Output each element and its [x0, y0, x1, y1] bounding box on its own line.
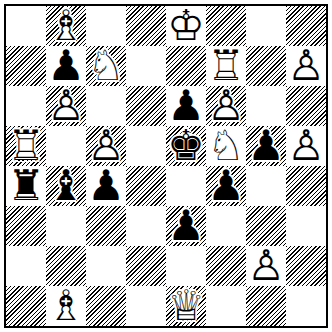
square-f8[interactable] — [206, 6, 246, 46]
square-a8[interactable] — [6, 6, 46, 46]
square-f4[interactable]: ♟♟ — [206, 166, 246, 206]
square-c5[interactable]: ♟♙ — [86, 126, 126, 166]
piece-outline-glyph: ♝ — [46, 166, 86, 206]
piece-outline-glyph: ♙ — [286, 46, 326, 86]
piece-outline-glyph: ♜ — [6, 166, 46, 206]
square-a2[interactable] — [6, 246, 46, 286]
square-c2[interactable] — [86, 246, 126, 286]
black-rook-piece: ♜♜ — [6, 166, 46, 206]
square-f3[interactable] — [206, 206, 246, 246]
square-h8[interactable] — [286, 6, 326, 46]
white-pawn-piece: ♟♙ — [86, 126, 126, 166]
chess-board: ♝♗♚♔♟♟♞♘♜♖♟♙♟♙♟♟♟♙♜♖♟♙♚♚♞♘♟♟♟♙♜♜♝♝♟♟♟♟♟♟… — [4, 4, 328, 328]
piece-outline-glyph: ♟ — [166, 86, 206, 126]
white-knight-piece: ♞♘ — [206, 126, 246, 166]
square-b7[interactable]: ♟♟ — [46, 46, 86, 86]
square-e6[interactable]: ♟♟ — [166, 86, 206, 126]
black-pawn-piece: ♟♟ — [166, 86, 206, 126]
piece-outline-glyph: ♘ — [206, 126, 246, 166]
piece-outline-glyph: ♔ — [166, 6, 206, 46]
square-b6[interactable]: ♟♙ — [46, 86, 86, 126]
square-c1[interactable] — [86, 286, 126, 326]
black-pawn-piece: ♟♟ — [246, 126, 286, 166]
white-pawn-piece: ♟♙ — [206, 86, 246, 126]
square-a7[interactable] — [6, 46, 46, 86]
piece-outline-glyph: ♟ — [46, 46, 86, 86]
square-e8[interactable]: ♚♔ — [166, 6, 206, 46]
black-pawn-piece: ♟♟ — [166, 206, 206, 246]
square-d1[interactable] — [126, 286, 166, 326]
black-pawn-piece: ♟♟ — [46, 46, 86, 86]
square-f6[interactable]: ♟♙ — [206, 86, 246, 126]
square-d2[interactable] — [126, 246, 166, 286]
piece-outline-glyph: ♙ — [86, 126, 126, 166]
piece-outline-glyph: ♟ — [246, 126, 286, 166]
white-rook-piece: ♜♖ — [6, 126, 46, 166]
square-f7[interactable]: ♜♖ — [206, 46, 246, 86]
white-rook-piece: ♜♖ — [206, 46, 246, 86]
square-d6[interactable] — [126, 86, 166, 126]
square-g4[interactable] — [246, 166, 286, 206]
white-king-piece: ♚♔ — [166, 6, 206, 46]
piece-outline-glyph: ♙ — [246, 246, 286, 286]
square-h1[interactable] — [286, 286, 326, 326]
square-a1[interactable] — [6, 286, 46, 326]
square-e5[interactable]: ♚♚ — [166, 126, 206, 166]
square-b4[interactable]: ♝♝ — [46, 166, 86, 206]
piece-outline-glyph: ♗ — [46, 286, 86, 326]
black-king-piece: ♚♚ — [166, 126, 206, 166]
chess-diagram: ♝♗♚♔♟♟♞♘♜♖♟♙♟♙♟♟♟♙♜♖♟♙♚♚♞♘♟♟♟♙♜♜♝♝♟♟♟♟♟♟… — [0, 0, 332, 332]
square-c6[interactable] — [86, 86, 126, 126]
white-knight-piece: ♞♘ — [86, 46, 126, 86]
piece-outline-glyph: ♖ — [206, 46, 246, 86]
piece-outline-glyph: ♙ — [46, 86, 86, 126]
square-h7[interactable]: ♟♙ — [286, 46, 326, 86]
square-a5[interactable]: ♜♖ — [6, 126, 46, 166]
white-pawn-piece: ♟♙ — [46, 86, 86, 126]
square-e7[interactable] — [166, 46, 206, 86]
square-c8[interactable] — [86, 6, 126, 46]
white-bishop-piece: ♝♗ — [46, 286, 86, 326]
square-g8[interactable] — [246, 6, 286, 46]
piece-outline-glyph: ♟ — [206, 166, 246, 206]
white-pawn-piece: ♟♙ — [286, 46, 326, 86]
square-c3[interactable] — [86, 206, 126, 246]
square-h6[interactable] — [286, 86, 326, 126]
square-b5[interactable] — [46, 126, 86, 166]
square-a3[interactable] — [6, 206, 46, 246]
piece-outline-glyph: ♟ — [86, 166, 126, 206]
piece-outline-glyph: ♕ — [166, 286, 206, 326]
piece-outline-glyph: ♙ — [206, 86, 246, 126]
square-g3[interactable] — [246, 206, 286, 246]
square-a4[interactable]: ♜♜ — [6, 166, 46, 206]
square-b8[interactable]: ♝♗ — [46, 6, 86, 46]
square-g7[interactable] — [246, 46, 286, 86]
square-g1[interactable] — [246, 286, 286, 326]
square-b1[interactable]: ♝♗ — [46, 286, 86, 326]
square-g6[interactable] — [246, 86, 286, 126]
square-d7[interactable] — [126, 46, 166, 86]
square-d3[interactable] — [126, 206, 166, 246]
square-d8[interactable] — [126, 6, 166, 46]
black-bishop-piece: ♝♝ — [46, 166, 86, 206]
square-f5[interactable]: ♞♘ — [206, 126, 246, 166]
square-e2[interactable] — [166, 246, 206, 286]
square-h5[interactable]: ♟♙ — [286, 126, 326, 166]
black-pawn-piece: ♟♟ — [206, 166, 246, 206]
piece-outline-glyph: ♙ — [286, 126, 326, 166]
square-f2[interactable] — [206, 246, 246, 286]
white-pawn-piece: ♟♙ — [286, 126, 326, 166]
square-e4[interactable] — [166, 166, 206, 206]
white-pawn-piece: ♟♙ — [246, 246, 286, 286]
square-f1[interactable] — [206, 286, 246, 326]
piece-outline-glyph: ♖ — [6, 126, 46, 166]
square-b2[interactable] — [46, 246, 86, 286]
piece-outline-glyph: ♟ — [166, 206, 206, 246]
square-g2[interactable]: ♟♙ — [246, 246, 286, 286]
square-e3[interactable]: ♟♟ — [166, 206, 206, 246]
square-d4[interactable] — [126, 166, 166, 206]
black-pawn-piece: ♟♟ — [86, 166, 126, 206]
square-b3[interactable] — [46, 206, 86, 246]
piece-outline-glyph: ♗ — [46, 6, 86, 46]
square-h2[interactable] — [286, 246, 326, 286]
square-d5[interactable] — [126, 126, 166, 166]
square-g5[interactable]: ♟♟ — [246, 126, 286, 166]
white-queen-piece: ♛♕ — [166, 286, 206, 326]
square-a6[interactable] — [6, 86, 46, 126]
white-bishop-piece: ♝♗ — [46, 6, 86, 46]
piece-outline-glyph: ♚ — [166, 126, 206, 166]
square-h4[interactable] — [286, 166, 326, 206]
square-h3[interactable] — [286, 206, 326, 246]
square-c7[interactable]: ♞♘ — [86, 46, 126, 86]
piece-outline-glyph: ♘ — [86, 46, 126, 86]
square-c4[interactable]: ♟♟ — [86, 166, 126, 206]
square-e1[interactable]: ♛♕ — [166, 286, 206, 326]
